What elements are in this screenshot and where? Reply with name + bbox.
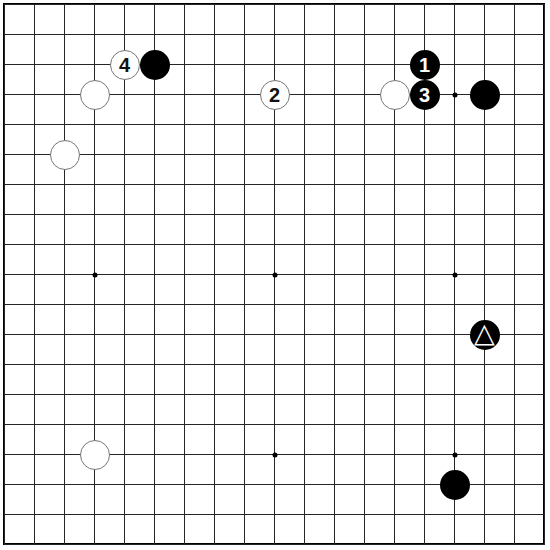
star-point	[452, 92, 457, 97]
star-point	[272, 452, 277, 457]
move-number-label: 4	[119, 55, 130, 75]
stone-black-triangle[interactable]: △	[470, 320, 500, 350]
stone-white[interactable]	[80, 440, 110, 470]
star-point	[92, 272, 97, 277]
move-number-label: 1	[419, 55, 430, 75]
go-diagram: 4213△	[0, 0, 550, 550]
stone-white[interactable]: 2	[260, 80, 290, 110]
star-point	[452, 452, 457, 457]
star-point	[452, 272, 457, 277]
stone-black[interactable]	[140, 50, 170, 80]
stone-black[interactable]: 1	[410, 50, 440, 80]
stone-white[interactable]	[50, 140, 80, 170]
move-number-label: 2	[269, 85, 280, 105]
stone-white[interactable]	[380, 80, 410, 110]
stone-white[interactable]	[80, 80, 110, 110]
stone-black[interactable]	[440, 470, 470, 500]
stone-white[interactable]: 4	[110, 50, 140, 80]
stones-layer: 4213△	[0, 0, 550, 550]
stone-black[interactable]	[470, 80, 500, 110]
move-number-label: 3	[419, 85, 430, 105]
triangle-marker-icon: △	[474, 320, 495, 347]
star-point	[272, 272, 277, 277]
stone-black[interactable]: 3	[410, 80, 440, 110]
